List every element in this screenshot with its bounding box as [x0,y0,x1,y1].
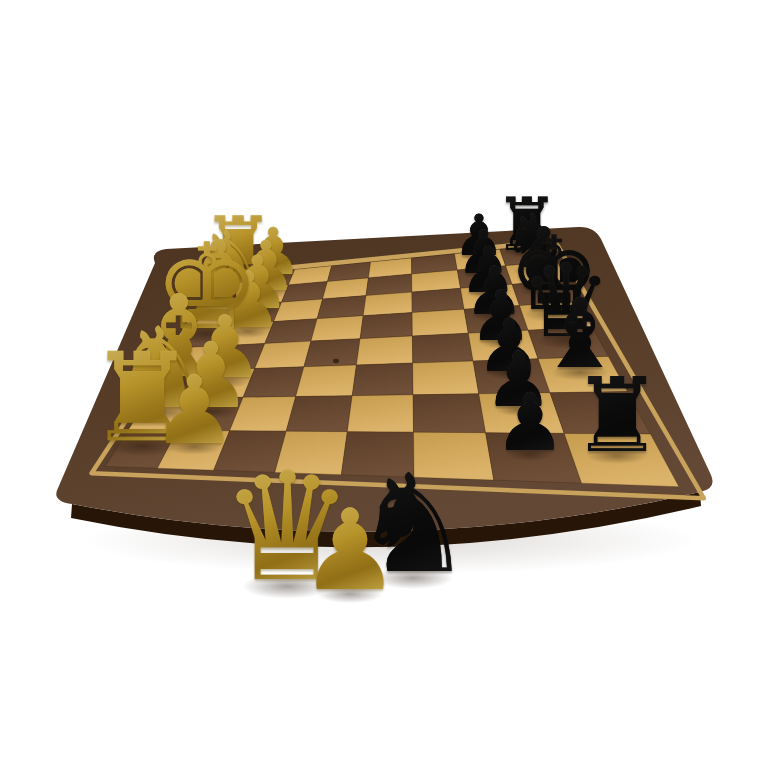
square-c4 [296,365,357,397]
piece-black-pawn-a7: ♟ [494,384,566,464]
square-b5 [347,395,413,432]
piece-black-rook-a8: ♜ [571,364,663,467]
square-b4 [286,396,352,432]
square-e6 [412,309,468,336]
square-c5 [352,363,413,396]
square-c6 [413,361,479,395]
square-e4 [311,316,363,341]
wood-knot-detail [333,359,339,363]
square-f6 [412,288,464,312]
square-f5 [363,292,412,316]
square-e5 [360,313,412,339]
square-d5 [356,336,412,365]
square-d6 [412,333,473,363]
display-piece-white-pawn: ♟ [300,494,400,606]
square-d4 [304,339,360,367]
square-b6 [413,394,486,433]
chess-set-photo: ♜♞♝♚♝♞♜♟♟♟♟♟♟♟♜♝♛♚♝♞♜♟♟♟♟♟♟♟♟♛♟♞ [0,0,768,768]
square-f4 [317,296,366,319]
